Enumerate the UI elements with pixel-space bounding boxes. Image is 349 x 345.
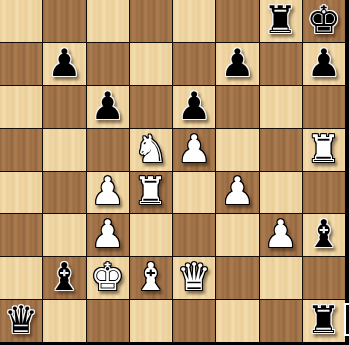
square-d4[interactable]: ♜ (130, 172, 172, 214)
piece-white-pawn[interactable]: ♟ (220, 172, 254, 210)
square-b2[interactable]: ♝ (43, 257, 85, 299)
square-g5[interactable] (260, 129, 302, 171)
square-f7[interactable]: ♟ (216, 43, 258, 85)
square-f2[interactable] (216, 257, 258, 299)
square-h3[interactable]: ♝ (303, 214, 345, 256)
square-g6[interactable] (260, 86, 302, 128)
piece-white-knight[interactable]: ♞ (134, 130, 168, 168)
square-g1[interactable] (260, 300, 302, 342)
square-f8[interactable] (216, 0, 258, 42)
piece-black-queen[interactable]: ♛ (4, 301, 38, 339)
square-f4[interactable]: ♟ (216, 172, 258, 214)
piece-black-pawn[interactable]: ♟ (220, 44, 254, 82)
square-e6[interactable]: ♟ (173, 86, 215, 128)
square-c8[interactable] (87, 0, 129, 42)
piece-black-king[interactable]: ♚ (307, 1, 341, 39)
square-c4[interactable]: ♟ (87, 172, 129, 214)
piece-black-pawn[interactable]: ♟ (91, 87, 125, 125)
piece-white-king[interactable]: ♚ (91, 258, 125, 296)
piece-black-rook[interactable]: ♜ (264, 1, 298, 39)
square-f5[interactable] (216, 129, 258, 171)
square-g3[interactable]: ♟ (260, 214, 302, 256)
square-d5[interactable]: ♞ (130, 129, 172, 171)
square-a7[interactable] (0, 43, 42, 85)
square-b1[interactable] (43, 300, 85, 342)
square-e5[interactable]: ♟ (173, 129, 215, 171)
square-d2[interactable]: ♝ (130, 257, 172, 299)
square-a8[interactable] (0, 0, 42, 42)
square-c2[interactable]: ♚ (87, 257, 129, 299)
piece-white-pawn[interactable]: ♟ (91, 172, 125, 210)
piece-white-bishop[interactable]: ♝ (134, 258, 168, 296)
square-f6[interactable] (216, 86, 258, 128)
square-b6[interactable] (43, 86, 85, 128)
square-a5[interactable] (0, 129, 42, 171)
piece-black-pawn[interactable]: ♟ (177, 87, 211, 125)
chess-board: ♜♚♟♟♟♟♟♞♟♜♟♜♟♟♟♝♝♚♝♛♛♜ (0, 0, 345, 342)
square-c1[interactable] (87, 300, 129, 342)
piece-white-rook[interactable]: ♜ (134, 172, 168, 210)
square-c3[interactable]: ♟ (87, 214, 129, 256)
piece-black-bishop[interactable]: ♝ (47, 258, 81, 296)
piece-black-pawn[interactable]: ♟ (47, 44, 81, 82)
piece-black-pawn[interactable]: ♟ (307, 44, 341, 82)
square-h5[interactable]: ♜ (303, 129, 345, 171)
cutoff-window-fragment (344, 303, 349, 336)
square-b4[interactable] (43, 172, 85, 214)
square-b7[interactable]: ♟ (43, 43, 85, 85)
square-a4[interactable] (0, 172, 42, 214)
square-a1[interactable]: ♛ (0, 300, 42, 342)
square-c6[interactable]: ♟ (87, 86, 129, 128)
square-a6[interactable] (0, 86, 42, 128)
square-c5[interactable] (87, 129, 129, 171)
square-e3[interactable] (173, 214, 215, 256)
square-c7[interactable] (87, 43, 129, 85)
square-d7[interactable] (130, 43, 172, 85)
square-b5[interactable] (43, 129, 85, 171)
square-g2[interactable] (260, 257, 302, 299)
piece-white-pawn[interactable]: ♟ (177, 130, 211, 168)
square-f3[interactable] (216, 214, 258, 256)
piece-white-pawn[interactable]: ♟ (264, 215, 298, 253)
chess-board-screenshot: ♜♚♟♟♟♟♟♞♟♜♟♜♟♟♟♝♝♚♝♛♛♜ (0, 0, 349, 345)
square-h8[interactable]: ♚ (303, 0, 345, 42)
square-h1[interactable]: ♜ (303, 300, 345, 342)
square-g4[interactable] (260, 172, 302, 214)
square-b3[interactable] (43, 214, 85, 256)
square-h4[interactable] (303, 172, 345, 214)
square-d1[interactable] (130, 300, 172, 342)
square-e8[interactable] (173, 0, 215, 42)
square-d3[interactable] (130, 214, 172, 256)
square-e1[interactable] (173, 300, 215, 342)
square-e4[interactable] (173, 172, 215, 214)
square-h7[interactable]: ♟ (303, 43, 345, 85)
square-h6[interactable] (303, 86, 345, 128)
square-a3[interactable] (0, 214, 42, 256)
piece-white-queen[interactable]: ♛ (177, 258, 211, 296)
piece-black-bishop[interactable]: ♝ (307, 215, 341, 253)
square-e7[interactable] (173, 43, 215, 85)
square-h2[interactable] (303, 257, 345, 299)
square-a2[interactable] (0, 257, 42, 299)
piece-white-pawn[interactable]: ♟ (91, 215, 125, 253)
square-b8[interactable] (43, 0, 85, 42)
square-e2[interactable]: ♛ (173, 257, 215, 299)
square-d6[interactable] (130, 86, 172, 128)
square-g7[interactable] (260, 43, 302, 85)
square-f1[interactable] (216, 300, 258, 342)
piece-black-rook[interactable]: ♜ (307, 301, 341, 339)
square-d8[interactable] (130, 0, 172, 42)
square-g8[interactable]: ♜ (260, 0, 302, 42)
piece-white-rook[interactable]: ♜ (307, 130, 341, 168)
